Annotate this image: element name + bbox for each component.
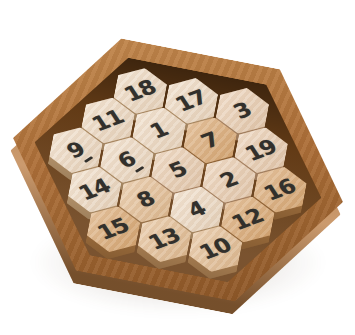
tile-number: 1 [147, 119, 172, 142]
tile-number: 10 [196, 235, 235, 263]
tile-number: 6 [114, 149, 139, 172]
tile-number: 5 [165, 159, 190, 182]
digit-underline-mark [84, 156, 93, 163]
tile-13[interactable]: 13 [136, 212, 194, 267]
tile-number: 8 [133, 188, 158, 211]
tile-number: 3 [230, 99, 255, 122]
tile-15[interactable]: 15 [85, 202, 143, 257]
tile-number: 4 [184, 198, 209, 221]
digit-underline-mark [135, 166, 144, 173]
tile-number: 2 [216, 168, 241, 191]
puzzle-photo: 18173111719965216148412151310 [0, 0, 355, 335]
tile-number: 13 [145, 225, 184, 253]
tile-number: 15 [94, 215, 133, 243]
tile-number: 14 [75, 176, 114, 204]
tile-number: 7 [198, 129, 223, 152]
tile-number: 9 [63, 139, 88, 162]
tile-10[interactable]: 10 [187, 221, 245, 276]
